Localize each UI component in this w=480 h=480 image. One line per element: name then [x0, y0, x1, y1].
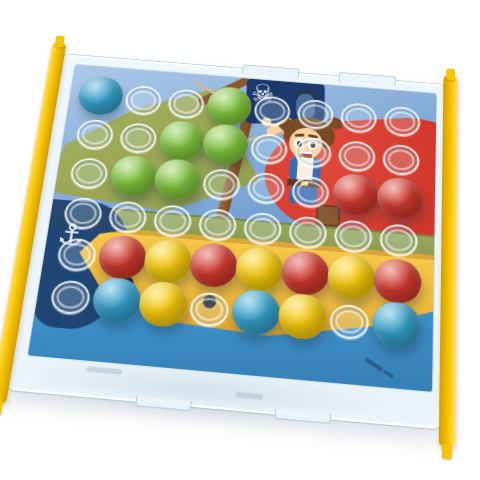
peg-hole[interactable] — [242, 211, 282, 246]
peg-hole[interactable] — [107, 200, 148, 234]
cell-r2c1 — [70, 114, 119, 156]
peg-green[interactable] — [157, 119, 206, 162]
cell-r1c5 — [249, 90, 295, 131]
cell-r2c6 — [289, 131, 335, 173]
peg-hole[interactable] — [249, 133, 287, 165]
cell-r4c8 — [375, 218, 422, 263]
peg-yellow[interactable] — [326, 253, 375, 301]
peg-yellow[interactable] — [234, 246, 284, 293]
cell-r4c1 — [57, 191, 108, 235]
embossed-mark — [235, 392, 263, 400]
cell-r5c4 — [188, 243, 238, 289]
peg-hole[interactable] — [253, 95, 291, 126]
cell-r4c6 — [283, 210, 331, 255]
peg-hole[interactable] — [382, 144, 419, 177]
peg-hole[interactable] — [340, 102, 377, 134]
cell-r3c4 — [197, 163, 245, 206]
peg-blue[interactable] — [90, 276, 143, 325]
peg-hole[interactable] — [55, 237, 97, 272]
cell-r5c6 — [280, 251, 329, 298]
peg-red[interactable] — [373, 257, 422, 305]
cell-r1c1 — [76, 77, 124, 118]
cell-r1c6 — [292, 94, 338, 135]
peg-hole[interactable] — [123, 85, 162, 116]
peg-hole[interactable] — [68, 157, 109, 190]
cell-r3c2 — [108, 155, 157, 198]
cell-r4c5 — [238, 206, 286, 251]
peg-yellow[interactable] — [142, 238, 194, 285]
peg-hole[interactable] — [383, 106, 420, 138]
peg-hole[interactable] — [246, 171, 285, 204]
cell-r5c5 — [234, 247, 283, 293]
peg-hole[interactable] — [166, 88, 205, 119]
cell-r3c8 — [376, 178, 422, 222]
cell-r1c4 — [205, 87, 252, 128]
product-photo: ☠ — [0, 0, 480, 480]
peg-hole[interactable] — [291, 175, 330, 209]
peg-green[interactable] — [152, 157, 202, 201]
cell-r6c2 — [90, 278, 142, 326]
cell-r1c7 — [336, 97, 381, 138]
cell-r5c7 — [327, 255, 375, 302]
peg-hole[interactable] — [62, 196, 103, 230]
cell-r3c5 — [241, 166, 289, 210]
cell-r5c1 — [50, 232, 102, 278]
cell-r3c3 — [152, 159, 201, 202]
peg-hole[interactable] — [296, 99, 333, 131]
peg-green[interactable] — [201, 123, 249, 166]
peg-hole[interactable] — [338, 140, 376, 173]
cell-r6c1 — [44, 274, 97, 321]
cell-r2c2 — [113, 117, 162, 159]
cell-r6c4 — [183, 286, 234, 334]
peg-yellow[interactable] — [136, 280, 188, 329]
clear-tray: ☠ — [6, 54, 445, 429]
peg-green[interactable] — [107, 154, 157, 198]
peg-hole[interactable] — [118, 122, 158, 154]
peg-hole[interactable] — [379, 223, 417, 258]
peg-hole[interactable] — [288, 215, 327, 250]
cell-r6c5 — [230, 290, 280, 338]
cell-r1c8 — [379, 101, 424, 142]
cell-r2c4 — [201, 124, 248, 166]
hinge-tab — [339, 72, 396, 86]
cell-r2c5 — [245, 128, 292, 170]
cell-r6c6 — [277, 294, 327, 342]
cell-r6c8 — [371, 302, 419, 350]
peg-hole[interactable] — [293, 136, 331, 169]
cell-r4c2 — [102, 195, 152, 240]
peg-hole[interactable] — [201, 168, 240, 201]
peg-yellow[interactable] — [277, 292, 328, 341]
peg-red[interactable] — [331, 172, 379, 217]
peg-hole[interactable] — [197, 208, 237, 242]
peg-blue[interactable] — [76, 75, 125, 116]
cell-r5c8 — [373, 259, 421, 306]
peg-hole[interactable] — [188, 291, 229, 328]
cell-r6c3 — [137, 282, 188, 330]
cell-r2c8 — [378, 139, 423, 182]
cell-r6c7 — [324, 298, 373, 346]
cell-r1c3 — [162, 84, 209, 125]
peg-hole[interactable] — [329, 303, 369, 340]
peg-green[interactable] — [205, 85, 253, 127]
hinge-tab — [242, 64, 299, 78]
pegboard-grid — [27, 64, 436, 391]
cell-r2c7 — [333, 135, 379, 178]
cell-r4c7 — [329, 214, 376, 259]
peg-red[interactable] — [187, 242, 238, 289]
peg-blue[interactable] — [230, 288, 281, 337]
peg-blue[interactable] — [371, 300, 420, 349]
cell-r3c7 — [331, 174, 378, 218]
peg-hole[interactable] — [74, 118, 114, 150]
cell-r4c3 — [147, 199, 197, 244]
peg-hole[interactable] — [49, 279, 92, 315]
peg-mosaic-toy: ☠ — [6, 54, 445, 429]
peg-hole[interactable] — [152, 204, 193, 238]
cell-r3c1 — [64, 152, 114, 195]
cell-r2c3 — [157, 121, 205, 163]
peg-red[interactable] — [96, 234, 148, 281]
cell-r5c2 — [96, 236, 147, 282]
cell-r5c3 — [142, 240, 192, 286]
embossed-mark — [86, 366, 123, 375]
peg-red[interactable] — [280, 249, 330, 297]
peg-hole[interactable] — [333, 219, 372, 254]
cell-r1c2 — [119, 80, 167, 121]
cell-r3c6 — [286, 170, 333, 214]
cell-r4c4 — [192, 203, 241, 248]
peg-red[interactable] — [376, 176, 423, 221]
